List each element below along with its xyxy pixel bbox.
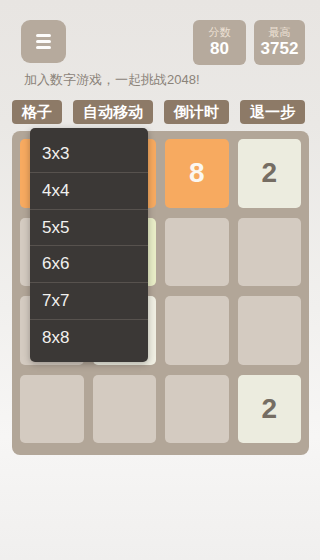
board-cell — [165, 218, 229, 287]
score-box: 分数 80 — [193, 20, 246, 65]
menu-item-4x4[interactable]: 4x4 — [30, 172, 148, 209]
tile-2: 2 — [238, 139, 302, 208]
countdown-button[interactable]: 倒计时 — [164, 100, 229, 124]
menu-item-6x6[interactable]: 6x6 — [30, 245, 148, 282]
toolbar: 格子自动移动倒计时退一步 — [12, 100, 305, 124]
tile-2: 2 — [238, 375, 302, 444]
auto-move-button[interactable]: 自动移动 — [73, 100, 153, 124]
score-value: 80 — [210, 39, 229, 59]
grid-size-menu: 3x34x45x56x67x78x8 — [30, 128, 148, 362]
board-cell — [165, 296, 229, 365]
board-cell — [165, 375, 229, 444]
grid-size-button[interactable]: 格子 — [12, 100, 62, 124]
menu-item-7x7[interactable]: 7x7 — [30, 282, 148, 319]
board-cell — [93, 375, 157, 444]
hamburger-icon — [36, 34, 51, 49]
menu-item-8x8[interactable]: 8x8 — [30, 319, 148, 356]
best-value: 3752 — [261, 39, 299, 59]
best-box: 最高 3752 — [254, 20, 305, 65]
score-label: 分数 — [209, 26, 231, 39]
board-cell — [238, 296, 302, 365]
best-label: 最高 — [269, 26, 291, 39]
undo-button[interactable]: 退一步 — [240, 100, 305, 124]
app-screen: 分数 80 最高 3752 加入数字游戏，一起挑战2048! 格子自动移动倒计时… — [0, 0, 320, 560]
menu-item-3x3[interactable]: 3x3 — [30, 136, 148, 172]
board-cell — [238, 218, 302, 287]
menu-button[interactable] — [21, 20, 66, 63]
menu-item-5x5[interactable]: 5x5 — [30, 209, 148, 246]
tagline: 加入数字游戏，一起挑战2048! — [24, 71, 200, 89]
tile-8: 8 — [165, 139, 229, 208]
board-cell — [20, 375, 84, 444]
